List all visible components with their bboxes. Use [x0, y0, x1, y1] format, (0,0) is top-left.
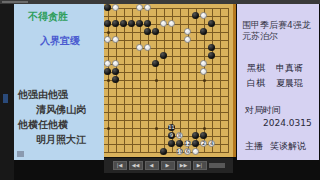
black-stone: [136, 20, 143, 27]
move-number: 12: [184, 141, 190, 146]
black-stone: 9: [168, 132, 175, 139]
star-point: [203, 79, 206, 82]
proverb-line: 清风佛山岗: [36, 105, 86, 115]
move-number: 11: [168, 125, 174, 130]
black-player-row: 黑棋 申真谞: [247, 62, 303, 75]
white-player-name: 夏晨琨: [276, 78, 303, 88]
black-stone: [104, 20, 111, 27]
black-player-name: 申真谞: [276, 63, 303, 73]
proverb-line: 入界宜缓: [40, 36, 80, 46]
grid-line: [104, 96, 229, 97]
white-stone: 8: [176, 132, 183, 139]
star-point: [107, 31, 110, 34]
star-point: [107, 79, 110, 82]
grid-line: [104, 120, 229, 121]
forward-icon[interactable]: ▶: [161, 161, 175, 170]
game-date: 2024.0315: [263, 118, 312, 128]
white-stone: 6: [184, 148, 191, 155]
move-slider[interactable]: [209, 163, 225, 168]
black-stone: [104, 68, 111, 75]
black-stone: [152, 60, 159, 67]
board-right-edge: [233, 4, 236, 157]
black-stone: [128, 20, 135, 27]
white-stone: [200, 12, 207, 19]
proverb-panel: 不得贪胜 入界宜缓 他强由他强 清风佛山岗 他横任他横 明月照大江: [14, 4, 104, 160]
grid-line: [104, 128, 229, 129]
back-ten-icon[interactable]: ◀◀: [129, 161, 143, 170]
white-stone: [168, 20, 175, 27]
grid-line: [212, 8, 213, 153]
white-label: 白棋: [247, 77, 273, 90]
go-board[interactable]: 11981224106: [104, 4, 233, 157]
black-stone: [144, 28, 151, 35]
star-point: [107, 127, 110, 130]
move-number: 9: [170, 133, 173, 138]
go-board-grid[interactable]: 11981224106: [104, 4, 232, 156]
host-name: 笑谈解说: [270, 141, 306, 151]
white-stone: 10: [176, 148, 183, 155]
grid-line: [104, 136, 229, 137]
white-stone: [200, 60, 207, 67]
black-stone: [160, 52, 167, 59]
go-broadcast-window: { "game": "go", "window": {"background":…: [0, 0, 320, 180]
proverb-line: 他横任他横: [18, 120, 68, 130]
host-label: 主播: [245, 140, 267, 153]
grid-line: [104, 104, 229, 105]
move-number: 4: [210, 141, 213, 146]
star-point: [155, 127, 158, 130]
last-move-icon[interactable]: ▶|: [193, 161, 207, 170]
match-title: 围甲季后赛4强龙元苏泊尔: [242, 20, 316, 42]
black-label: 黑棋: [247, 62, 273, 75]
white-stone: [112, 36, 119, 43]
grid-line: [180, 8, 181, 153]
grid-line: [104, 80, 229, 81]
black-stone: [144, 20, 151, 27]
black-stone: [200, 28, 207, 35]
white-stone: [112, 4, 119, 11]
grid-line: [196, 8, 197, 153]
black-stone: [192, 12, 199, 19]
grid-line: [220, 8, 221, 153]
black-stone: [160, 148, 167, 155]
white-stone: [136, 4, 143, 11]
grid-line: [104, 88, 229, 89]
grid-line: [104, 64, 229, 65]
white-stone: [184, 36, 191, 43]
game-info-panel: 围甲季后赛4强龙元苏泊尔 黑棋 申真谞 白棋 夏晨琨 对局时间 2024.031…: [237, 4, 319, 160]
grid-line: [104, 112, 229, 113]
menu-chip[interactable]: [2, 1, 28, 3]
white-stone: [160, 20, 167, 27]
white-stone: [104, 60, 111, 67]
host-row: 主播 笑谈解说: [245, 140, 306, 153]
black-stone: 11: [168, 124, 175, 131]
white-stone: 2: [200, 140, 207, 147]
white-stone: [112, 60, 119, 67]
white-stone: [136, 44, 143, 51]
white-stone: [184, 28, 191, 35]
white-player-row: 白棋 夏晨琨: [247, 77, 303, 90]
white-stone: [104, 36, 111, 43]
black-stone: [104, 4, 111, 11]
black-stone: [208, 52, 215, 59]
black-stone: [112, 76, 119, 83]
black-stone: [120, 20, 127, 27]
black-stone: [200, 132, 207, 139]
move-number: 6: [186, 149, 189, 154]
grid-line: [104, 72, 229, 73]
panel-resize-handle[interactable]: [17, 151, 24, 157]
star-point: [155, 79, 158, 82]
forward-ten-icon[interactable]: ▶▶: [177, 161, 191, 170]
move-number: 10: [176, 149, 182, 154]
move-number: 2: [202, 141, 205, 146]
black-stone: [112, 68, 119, 75]
back-icon[interactable]: ◀: [145, 161, 159, 170]
game-time-label: 对局时间: [245, 104, 281, 117]
proverb-line: 明月照大江: [36, 135, 86, 145]
black-stone: [152, 28, 159, 35]
black-stone: [208, 20, 215, 27]
proverb-line: 他强由他强: [18, 90, 68, 100]
black-stone: [176, 140, 183, 147]
white-stone: 12: [184, 140, 191, 147]
proverb-line: 不得贪胜: [28, 12, 68, 22]
black-stone: [208, 44, 215, 51]
white-stone: 4: [208, 140, 215, 147]
white-stone: [144, 44, 151, 51]
left-edge-strip: [0, 4, 14, 180]
grid-line: [164, 8, 165, 153]
black-stone: [168, 140, 175, 147]
grid-line: [228, 8, 229, 153]
move-number: 8: [178, 133, 181, 138]
black-stone: [192, 140, 199, 147]
black-stone: [112, 20, 119, 27]
side-tool-icon[interactable]: [3, 94, 8, 103]
white-stone: [192, 148, 199, 155]
star-point: [203, 127, 206, 130]
first-move-icon[interactable]: |◀: [113, 161, 127, 170]
replay-toolbar: |◀◀◀◀▶▶▶▶|: [104, 158, 233, 173]
black-stone: [192, 132, 199, 139]
white-stone: [144, 4, 151, 11]
white-stone: [200, 68, 207, 75]
